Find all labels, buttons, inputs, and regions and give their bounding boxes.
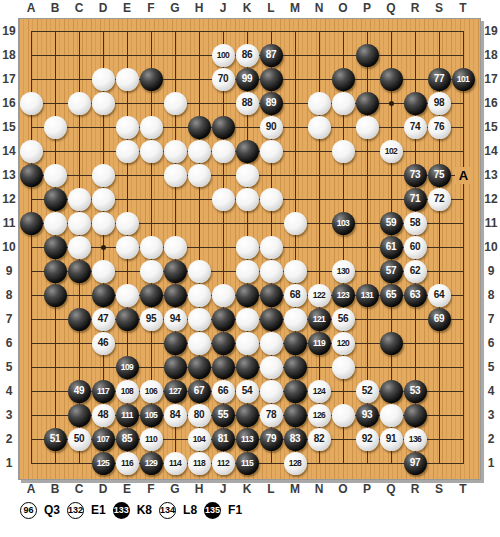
move-number: 121 <box>313 315 326 324</box>
stone-M1[interactable]: 128 <box>284 452 307 475</box>
move-number: 78 <box>266 410 277 420</box>
move-number: 127 <box>169 387 182 396</box>
stone-G14[interactable] <box>164 140 187 163</box>
stone-B12[interactable] <box>44 188 67 211</box>
stone-F10[interactable] <box>140 236 163 259</box>
coord-label-right-10: 10 <box>483 241 499 254</box>
stone-E8[interactable] <box>116 284 139 307</box>
stone-T17[interactable]: 101 <box>452 68 475 91</box>
stone-R8[interactable]: 63 <box>404 284 427 307</box>
stone-O5[interactable] <box>332 356 355 379</box>
coord-label-right-18: 18 <box>483 49 499 62</box>
stone-D13[interactable] <box>92 164 115 187</box>
move-number: 77 <box>434 74 445 84</box>
stone-J14[interactable] <box>212 140 235 163</box>
stone-F7[interactable]: 95 <box>140 308 163 331</box>
stone-E4[interactable]: 108 <box>116 380 139 403</box>
coord-label-right-16: 16 <box>483 97 499 110</box>
stone-M7[interactable] <box>284 308 307 331</box>
stone-C16[interactable] <box>68 92 91 115</box>
stone-J5[interactable] <box>212 356 235 379</box>
move-number: 92 <box>362 434 373 444</box>
stone-A16[interactable] <box>20 92 43 115</box>
stone-K16[interactable]: 88 <box>236 92 259 115</box>
stone-K17[interactable]: 99 <box>236 68 259 91</box>
stone-G9[interactable] <box>164 260 187 283</box>
stone-L10[interactable] <box>260 236 283 259</box>
stone-F3[interactable]: 105 <box>140 404 163 427</box>
stone-C12[interactable] <box>68 188 91 211</box>
move-number: 47 <box>98 314 109 324</box>
stone-H1[interactable]: 118 <box>188 452 211 475</box>
move-number: 113 <box>241 435 253 444</box>
caption-coord-Q3: Q3 <box>44 503 60 517</box>
stone-N2[interactable]: 82 <box>308 428 331 451</box>
move-number: 75 <box>434 170 445 180</box>
stone-J7[interactable] <box>212 308 235 331</box>
coord-label-right-11: 11 <box>483 217 499 230</box>
stone-M3[interactable] <box>284 404 307 427</box>
stone-M6[interactable] <box>284 332 307 355</box>
caption-coord-K8: K8 <box>137 503 152 517</box>
coord-label-left-5: 5 <box>1 361 17 374</box>
move-number: 80 <box>194 410 205 420</box>
move-number: 128 <box>289 459 302 468</box>
stone-F2[interactable]: 110 <box>140 428 163 451</box>
stone-J15[interactable] <box>212 116 235 139</box>
stone-C4[interactable]: 49 <box>68 380 91 403</box>
coord-label-top-Q: Q <box>383 2 399 15</box>
stone-L17[interactable] <box>260 68 283 91</box>
stone-O11[interactable]: 103 <box>332 212 355 235</box>
stone-R10[interactable]: 60 <box>404 236 427 259</box>
move-number: 62 <box>410 266 421 276</box>
stone-K14[interactable] <box>236 140 259 163</box>
stone-O6[interactable]: 120 <box>332 332 355 355</box>
stone-C7[interactable] <box>68 308 91 331</box>
stone-G5[interactable] <box>164 356 187 379</box>
stone-L5[interactable] <box>260 356 283 379</box>
move-number: 56 <box>338 314 349 324</box>
stone-J2[interactable]: 81 <box>212 428 235 451</box>
stone-N16[interactable] <box>308 92 331 115</box>
stone-K10[interactable] <box>236 236 259 259</box>
move-number: 71 <box>410 194 421 204</box>
stone-D16[interactable] <box>92 92 115 115</box>
stone-L16[interactable]: 89 <box>260 92 283 115</box>
move-number: 88 <box>242 98 253 108</box>
move-number: 53 <box>410 386 421 396</box>
move-number: 117 <box>97 387 109 396</box>
stone-K13[interactable] <box>236 164 259 187</box>
stone-H13[interactable] <box>188 164 211 187</box>
move-number: 70 <box>218 74 229 84</box>
move-number: 55 <box>218 410 229 420</box>
coord-label-top-E: E <box>119 2 135 15</box>
stone-J18[interactable]: 100 <box>212 44 235 67</box>
move-number: 86 <box>242 50 253 60</box>
stone-Q10[interactable]: 61 <box>380 236 403 259</box>
move-number: 109 <box>121 363 134 372</box>
stone-D17[interactable] <box>92 68 115 91</box>
stone-C3[interactable] <box>68 404 91 427</box>
stone-K6[interactable] <box>236 332 259 355</box>
move-number: 50 <box>74 434 85 444</box>
move-number: 105 <box>145 411 158 420</box>
stone-B10[interactable] <box>44 236 67 259</box>
stone-P15[interactable] <box>356 116 379 139</box>
stone-E2[interactable]: 85 <box>116 428 139 451</box>
stone-L15[interactable]: 90 <box>260 116 283 139</box>
stone-Q6[interactable] <box>380 332 403 355</box>
stone-S17[interactable]: 77 <box>428 68 451 91</box>
stone-H6[interactable] <box>188 332 211 355</box>
move-number: 108 <box>121 387 134 396</box>
stone-F15[interactable] <box>140 116 163 139</box>
move-number: 107 <box>97 435 110 444</box>
stone-R11[interactable]: 58 <box>404 212 427 235</box>
stone-L18[interactable]: 87 <box>260 44 283 67</box>
stone-G3[interactable]: 84 <box>164 404 187 427</box>
move-number: 49 <box>74 386 85 396</box>
stone-G16[interactable] <box>164 92 187 115</box>
stone-K4[interactable]: 54 <box>236 380 259 403</box>
stone-K18[interactable]: 86 <box>236 44 259 67</box>
stone-R15[interactable]: 74 <box>404 116 427 139</box>
stone-N4[interactable]: 124 <box>308 380 331 403</box>
move-number: 94 <box>170 314 181 324</box>
coord-label-bottom-H: H <box>191 483 207 496</box>
move-number: 110 <box>145 435 157 444</box>
stone-K2[interactable]: 113 <box>236 428 259 451</box>
stone-R1[interactable]: 97 <box>404 452 427 475</box>
coord-label-bottom-J: J <box>215 483 231 496</box>
coord-label-left-1: 1 <box>1 457 17 470</box>
caption-move-134: 134 <box>159 502 176 519</box>
move-number: 82 <box>314 434 325 444</box>
move-number: 84 <box>170 410 181 420</box>
stone-G10[interactable] <box>164 236 187 259</box>
stone-L4[interactable] <box>260 380 283 403</box>
move-number: 119 <box>313 339 325 348</box>
stone-N3[interactable]: 126 <box>308 404 331 427</box>
stone-H3[interactable]: 80 <box>188 404 211 427</box>
stone-J3[interactable]: 55 <box>212 404 235 427</box>
stone-E14[interactable] <box>116 140 139 163</box>
stone-F1[interactable]: 129 <box>140 452 163 475</box>
coord-label-bottom-F: F <box>143 483 159 496</box>
coord-label-top-L: L <box>263 2 279 15</box>
caption-coord-E1: E1 <box>91 503 106 517</box>
stone-L14[interactable] <box>260 140 283 163</box>
move-number: 64 <box>434 290 445 300</box>
move-number: 129 <box>145 459 158 468</box>
move-number: 89 <box>266 98 277 108</box>
stone-Q14[interactable]: 102 <box>380 140 403 163</box>
stone-D7[interactable]: 47 <box>92 308 115 331</box>
coord-label-right-8: 8 <box>483 289 499 302</box>
coord-label-left-8: 8 <box>1 289 17 302</box>
stone-M4[interactable] <box>284 380 307 403</box>
stone-L6[interactable] <box>260 332 283 355</box>
stone-P3[interactable]: 93 <box>356 404 379 427</box>
move-number: 68 <box>290 290 301 300</box>
stone-S15[interactable]: 76 <box>428 116 451 139</box>
coord-label-right-14: 14 <box>483 145 499 158</box>
coord-label-bottom-C: C <box>71 483 87 496</box>
stone-P16[interactable] <box>356 92 379 115</box>
stone-E3[interactable]: 111 <box>116 404 139 427</box>
stone-S13[interactable]: 75 <box>428 164 451 187</box>
coord-label-left-17: 17 <box>1 73 17 86</box>
stone-E10[interactable] <box>116 236 139 259</box>
move-number: 46 <box>98 338 109 348</box>
coord-label-right-2: 2 <box>483 433 499 446</box>
stone-B13[interactable] <box>44 164 67 187</box>
move-number: 93 <box>362 410 373 420</box>
stone-M8[interactable]: 68 <box>284 284 307 307</box>
coord-label-top-H: H <box>191 2 207 15</box>
stone-P8[interactable]: 131 <box>356 284 379 307</box>
move-number: 51 <box>50 434 61 444</box>
stone-C10[interactable] <box>68 236 91 259</box>
stone-D8[interactable] <box>92 284 115 307</box>
stone-E1[interactable]: 116 <box>116 452 139 475</box>
stone-A11[interactable] <box>20 212 43 235</box>
stone-B8[interactable] <box>44 284 67 307</box>
move-number: 57 <box>386 266 397 276</box>
coord-label-bottom-T: T <box>455 483 471 496</box>
stone-K8[interactable] <box>236 284 259 307</box>
move-number: 67 <box>194 386 205 396</box>
stone-S16[interactable]: 98 <box>428 92 451 115</box>
stone-J1[interactable]: 112 <box>212 452 235 475</box>
stone-E11[interactable] <box>116 212 139 235</box>
move-number: 124 <box>313 387 326 396</box>
stone-L12[interactable] <box>260 188 283 211</box>
stone-K5[interactable] <box>236 356 259 379</box>
stone-M2[interactable]: 83 <box>284 428 307 451</box>
move-number: 90 <box>266 122 277 132</box>
stone-G7[interactable]: 94 <box>164 308 187 331</box>
stone-K3[interactable] <box>236 404 259 427</box>
stone-L7[interactable] <box>260 308 283 331</box>
caption-move-135: 135 <box>204 502 221 519</box>
coord-label-bottom-E: E <box>119 483 135 496</box>
coord-label-top-O: O <box>335 2 351 15</box>
stone-N15[interactable] <box>308 116 331 139</box>
coord-label-left-13: 13 <box>1 169 17 182</box>
stone-S12[interactable]: 72 <box>428 188 451 211</box>
move-number: 102 <box>385 147 398 156</box>
stone-P2[interactable]: 92 <box>356 428 379 451</box>
coord-label-top-B: B <box>47 2 63 15</box>
stone-H5[interactable] <box>188 356 211 379</box>
stone-D9[interactable] <box>92 260 115 283</box>
stone-B2[interactable]: 51 <box>44 428 67 451</box>
coord-label-bottom-D: D <box>95 483 111 496</box>
stone-R3[interactable] <box>404 404 427 427</box>
stone-H8[interactable] <box>188 284 211 307</box>
stone-F9[interactable] <box>140 260 163 283</box>
stone-G4[interactable]: 127 <box>164 380 187 403</box>
stone-R12[interactable]: 71 <box>404 188 427 211</box>
stone-O16[interactable] <box>332 92 355 115</box>
coord-label-top-N: N <box>311 2 327 15</box>
stone-C9[interactable] <box>68 260 91 283</box>
stone-D4[interactable]: 117 <box>92 380 115 403</box>
stone-K7[interactable] <box>236 308 259 331</box>
move-number: 83 <box>290 434 301 444</box>
stone-B15[interactable] <box>44 116 67 139</box>
stone-O8[interactable]: 123 <box>332 284 355 307</box>
caption-coord-F1: F1 <box>228 503 242 517</box>
stone-B9[interactable] <box>44 260 67 283</box>
stone-H7[interactable] <box>188 308 211 331</box>
stone-O7[interactable]: 56 <box>332 308 355 331</box>
stone-L2[interactable]: 79 <box>260 428 283 451</box>
stone-F8[interactable] <box>140 284 163 307</box>
stone-Q9[interactable]: 57 <box>380 260 403 283</box>
stone-K12[interactable] <box>236 188 259 211</box>
coord-label-left-18: 18 <box>1 49 17 62</box>
move-number: 98 <box>434 98 445 108</box>
move-number: 99 <box>242 74 253 84</box>
stone-M5[interactable] <box>284 356 307 379</box>
stone-G6[interactable] <box>164 332 187 355</box>
stone-P18[interactable] <box>356 44 379 67</box>
stone-J8[interactable] <box>212 284 235 307</box>
move-number: 97 <box>410 458 421 468</box>
stone-R16[interactable] <box>404 92 427 115</box>
stone-H2[interactable]: 104 <box>188 428 211 451</box>
stone-Q11[interactable]: 59 <box>380 212 403 235</box>
stone-J6[interactable] <box>212 332 235 355</box>
stone-K9[interactable] <box>236 260 259 283</box>
move-number: 112 <box>217 459 229 468</box>
stone-O17[interactable] <box>332 68 355 91</box>
stone-E5[interactable]: 109 <box>116 356 139 379</box>
stone-D6[interactable]: 46 <box>92 332 115 355</box>
stone-H9[interactable] <box>188 260 211 283</box>
stone-D1[interactable]: 125 <box>92 452 115 475</box>
move-number: 66 <box>218 386 229 396</box>
stone-O14[interactable] <box>332 140 355 163</box>
stone-F17[interactable] <box>140 68 163 91</box>
stone-S8[interactable]: 64 <box>428 284 451 307</box>
move-number: 123 <box>337 291 350 300</box>
stone-N6[interactable]: 119 <box>308 332 331 355</box>
stone-Q17[interactable] <box>380 68 403 91</box>
coord-label-left-11: 11 <box>1 217 17 230</box>
stone-J4[interactable]: 66 <box>212 380 235 403</box>
stone-A13[interactable] <box>20 164 43 187</box>
stone-P4[interactable]: 52 <box>356 380 379 403</box>
stone-K1[interactable]: 115 <box>236 452 259 475</box>
stone-M11[interactable] <box>284 212 307 235</box>
stone-B11[interactable] <box>44 212 67 235</box>
stone-D11[interactable] <box>92 212 115 235</box>
move-number: 125 <box>97 459 110 468</box>
stone-M9[interactable] <box>284 260 307 283</box>
move-number: 91 <box>386 434 397 444</box>
coord-label-left-9: 9 <box>1 265 17 278</box>
stone-O9[interactable]: 130 <box>332 260 355 283</box>
stone-G8[interactable] <box>164 284 187 307</box>
stone-N7[interactable]: 121 <box>308 308 331 331</box>
stone-L3[interactable]: 78 <box>260 404 283 427</box>
stone-E15[interactable] <box>116 116 139 139</box>
stone-R13[interactable]: 73 <box>404 164 427 187</box>
coord-label-right-9: 9 <box>483 265 499 278</box>
stone-A14[interactable] <box>20 140 43 163</box>
coord-label-left-14: 14 <box>1 145 17 158</box>
move-number: 58 <box>410 218 421 228</box>
coord-label-top-J: J <box>215 2 231 15</box>
coord-label-bottom-Q: Q <box>383 483 399 496</box>
move-number: 85 <box>122 434 133 444</box>
stone-G13[interactable] <box>164 164 187 187</box>
stone-N8[interactable]: 122 <box>308 284 331 307</box>
stone-L9[interactable] <box>260 260 283 283</box>
caption-move-96: 96 <box>20 502 37 519</box>
coord-label-left-2: 2 <box>1 433 17 446</box>
move-number: 52 <box>362 386 373 396</box>
move-number: 61 <box>386 242 397 252</box>
stone-O3[interactable] <box>332 404 355 427</box>
stone-R2[interactable]: 136 <box>404 428 427 451</box>
stone-H14[interactable] <box>188 140 211 163</box>
stone-F4[interactable]: 106 <box>140 380 163 403</box>
stone-L8[interactable] <box>260 284 283 307</box>
coord-label-right-19: 19 <box>483 25 499 38</box>
coord-label-bottom-B: B <box>47 483 63 496</box>
move-number: 59 <box>386 218 397 228</box>
coord-label-left-7: 7 <box>1 313 17 326</box>
stone-H15[interactable] <box>188 116 211 139</box>
coord-label-right-3: 3 <box>483 409 499 422</box>
stone-Q8[interactable]: 65 <box>380 284 403 307</box>
coord-label-left-3: 3 <box>1 409 17 422</box>
stone-J12[interactable] <box>212 188 235 211</box>
stone-J17[interactable]: 70 <box>212 68 235 91</box>
stone-Q3[interactable] <box>380 404 403 427</box>
move-number: 54 <box>242 386 253 396</box>
stone-Q2[interactable]: 91 <box>380 428 403 451</box>
stone-D12[interactable] <box>92 188 115 211</box>
stone-C2[interactable]: 50 <box>68 428 91 451</box>
stone-R9[interactable]: 62 <box>404 260 427 283</box>
stone-E17[interactable] <box>116 68 139 91</box>
coord-label-right-12: 12 <box>483 193 499 206</box>
stone-D2[interactable]: 107 <box>92 428 115 451</box>
stone-G1[interactable]: 114 <box>164 452 187 475</box>
move-number: 101 <box>457 75 470 84</box>
stone-D3[interactable]: 48 <box>92 404 115 427</box>
stone-E7[interactable] <box>116 308 139 331</box>
coord-label-top-A: A <box>23 2 39 15</box>
coord-label-left-6: 6 <box>1 337 17 350</box>
stone-C11[interactable] <box>68 212 91 235</box>
coord-label-right-15: 15 <box>483 121 499 134</box>
stone-F14[interactable] <box>140 140 163 163</box>
stone-R4[interactable]: 53 <box>404 380 427 403</box>
stone-Q4[interactable] <box>380 380 403 403</box>
coord-label-bottom-G: G <box>167 483 183 496</box>
stone-S7[interactable]: 69 <box>428 308 451 331</box>
stone-H4[interactable]: 67 <box>188 380 211 403</box>
move-number: 130 <box>337 267 350 276</box>
